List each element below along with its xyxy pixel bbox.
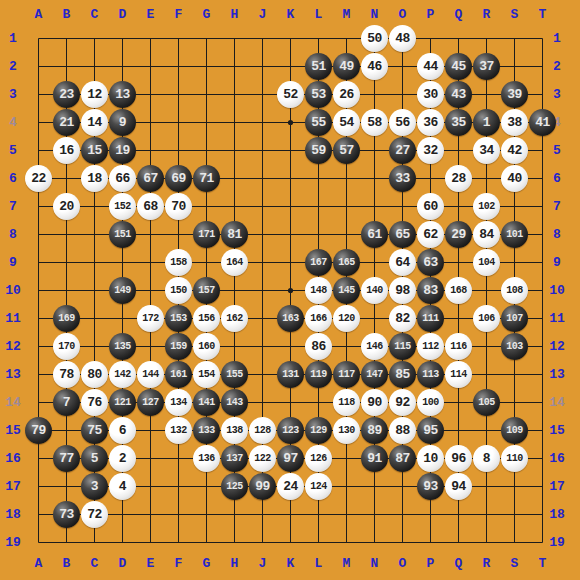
stone-black-33-O6[interactable]: 33 bbox=[389, 165, 416, 192]
stone-black-109-S15[interactable]: 109 bbox=[501, 417, 528, 444]
stone-black-155-H13[interactable]: 155 bbox=[221, 361, 248, 388]
stone-black-53-L3[interactable]: 53 bbox=[305, 81, 332, 108]
stone-black-49-M2[interactable]: 49 bbox=[333, 53, 360, 80]
stone-white-66-D6[interactable]: 66 bbox=[109, 165, 136, 192]
stone-black-71-G6[interactable]: 71 bbox=[193, 165, 220, 192]
stone-black-99-J17[interactable]: 99 bbox=[249, 473, 276, 500]
stone-white-34-R5[interactable]: 34 bbox=[473, 137, 500, 164]
stone-white-130-M15[interactable]: 130 bbox=[333, 417, 360, 444]
stone-black-119-L13[interactable]: 119 bbox=[305, 361, 332, 388]
stone-white-116-Q12[interactable]: 116 bbox=[445, 333, 472, 360]
stone-white-48-O1[interactable]: 48 bbox=[389, 25, 416, 52]
stone-white-58-N4[interactable]: 58 bbox=[361, 109, 388, 136]
stone-black-41-T4[interactable]: 41 bbox=[529, 109, 556, 136]
stone-white-108-S10[interactable]: 108 bbox=[501, 277, 528, 304]
stone-white-10-P16[interactable]: 10 bbox=[417, 445, 444, 472]
stone-white-136-G16[interactable]: 136 bbox=[193, 445, 220, 472]
stone-white-50-N1[interactable]: 50 bbox=[361, 25, 388, 52]
stone-black-93-P17[interactable]: 93 bbox=[417, 473, 444, 500]
stone-black-135-D12[interactable]: 135 bbox=[109, 333, 136, 360]
stone-white-42-S5[interactable]: 42 bbox=[501, 137, 528, 164]
stone-white-120-M11[interactable]: 120 bbox=[333, 305, 360, 332]
stone-white-76-C14[interactable]: 76 bbox=[81, 389, 108, 416]
stone-white-38-S4[interactable]: 38 bbox=[501, 109, 528, 136]
stone-white-8-R16[interactable]: 8 bbox=[473, 445, 500, 472]
stone-white-118-M14[interactable]: 118 bbox=[333, 389, 360, 416]
stone-black-97-K16[interactable]: 97 bbox=[277, 445, 304, 472]
stone-black-73-B18[interactable]: 73 bbox=[53, 501, 80, 528]
stone-black-23-B3[interactable]: 23 bbox=[53, 81, 80, 108]
stone-black-111-P11[interactable]: 111 bbox=[417, 305, 444, 332]
stone-black-59-L5[interactable]: 59 bbox=[305, 137, 332, 164]
stone-white-144-E13[interactable]: 144 bbox=[137, 361, 164, 388]
stone-black-29-Q8[interactable]: 29 bbox=[445, 221, 472, 248]
stone-white-4-D17[interactable]: 4 bbox=[109, 473, 136, 500]
stone-black-141-G14[interactable]: 141 bbox=[193, 389, 220, 416]
stone-white-110-S16[interactable]: 110 bbox=[501, 445, 528, 472]
stone-white-96-Q16[interactable]: 96 bbox=[445, 445, 472, 472]
stone-white-82-O11[interactable]: 82 bbox=[389, 305, 416, 332]
stone-black-83-P10[interactable]: 83 bbox=[417, 277, 444, 304]
stone-white-2-D16[interactable]: 2 bbox=[109, 445, 136, 472]
stone-black-125-H17[interactable]: 125 bbox=[221, 473, 248, 500]
stone-white-80-C13[interactable]: 80 bbox=[81, 361, 108, 388]
stone-white-78-B13[interactable]: 78 bbox=[53, 361, 80, 388]
stone-white-22-A6[interactable]: 22 bbox=[25, 165, 52, 192]
stone-white-88-O15[interactable]: 88 bbox=[389, 417, 416, 444]
stone-black-147-N13[interactable]: 147 bbox=[361, 361, 388, 388]
stone-black-169-B11[interactable]: 169 bbox=[53, 305, 80, 332]
stone-white-152-D7[interactable]: 152 bbox=[109, 193, 136, 220]
stone-black-3-C17[interactable]: 3 bbox=[81, 473, 108, 500]
stone-white-72-C18[interactable]: 72 bbox=[81, 501, 108, 528]
stone-black-65-O8[interactable]: 65 bbox=[389, 221, 416, 248]
stone-white-124-L17[interactable]: 124 bbox=[305, 473, 332, 500]
stone-black-57-M5[interactable]: 57 bbox=[333, 137, 360, 164]
stone-white-122-J16[interactable]: 122 bbox=[249, 445, 276, 472]
stone-white-54-M4[interactable]: 54 bbox=[333, 109, 360, 136]
stone-black-55-L4[interactable]: 55 bbox=[305, 109, 332, 136]
stone-black-9-D4[interactable]: 9 bbox=[109, 109, 136, 136]
stone-white-98-O10[interactable]: 98 bbox=[389, 277, 416, 304]
stone-white-138-H15[interactable]: 138 bbox=[221, 417, 248, 444]
stone-black-123-K15[interactable]: 123 bbox=[277, 417, 304, 444]
stone-black-21-B4[interactable]: 21 bbox=[53, 109, 80, 136]
stone-black-113-P13[interactable]: 113 bbox=[417, 361, 444, 388]
stone-white-64-O9[interactable]: 64 bbox=[389, 249, 416, 276]
stone-black-91-N16[interactable]: 91 bbox=[361, 445, 388, 472]
stone-white-114-Q13[interactable]: 114 bbox=[445, 361, 472, 388]
stone-black-115-O12[interactable]: 115 bbox=[389, 333, 416, 360]
stone-black-161-F13[interactable]: 161 bbox=[165, 361, 192, 388]
stone-black-13-D3[interactable]: 13 bbox=[109, 81, 136, 108]
stone-white-168-Q10[interactable]: 168 bbox=[445, 277, 472, 304]
stone-white-142-D13[interactable]: 142 bbox=[109, 361, 136, 388]
stone-white-18-C6[interactable]: 18 bbox=[81, 165, 108, 192]
stone-black-163-K11[interactable]: 163 bbox=[277, 305, 304, 332]
stone-white-70-F7[interactable]: 70 bbox=[165, 193, 192, 220]
stone-black-103-S12[interactable]: 103 bbox=[501, 333, 528, 360]
stone-black-149-D10[interactable]: 149 bbox=[109, 277, 136, 304]
stone-white-62-P8[interactable]: 62 bbox=[417, 221, 444, 248]
stone-black-171-G8[interactable]: 171 bbox=[193, 221, 220, 248]
stone-white-172-E11[interactable]: 172 bbox=[137, 305, 164, 332]
stone-black-151-D8[interactable]: 151 bbox=[109, 221, 136, 248]
stone-black-77-B16[interactable]: 77 bbox=[53, 445, 80, 472]
stone-white-26-M3[interactable]: 26 bbox=[333, 81, 360, 108]
stone-black-39-S3[interactable]: 39 bbox=[501, 81, 528, 108]
stone-white-154-G13[interactable]: 154 bbox=[193, 361, 220, 388]
stone-white-28-Q6[interactable]: 28 bbox=[445, 165, 472, 192]
stone-black-153-F11[interactable]: 153 bbox=[165, 305, 192, 332]
stone-black-19-D5[interactable]: 19 bbox=[109, 137, 136, 164]
stone-white-90-N14[interactable]: 90 bbox=[361, 389, 388, 416]
stone-white-68-E7[interactable]: 68 bbox=[137, 193, 164, 220]
stone-white-100-P14[interactable]: 100 bbox=[417, 389, 444, 416]
stone-black-117-M13[interactable]: 117 bbox=[333, 361, 360, 388]
stone-white-60-P7[interactable]: 60 bbox=[417, 193, 444, 220]
stone-black-1-R4[interactable]: 1 bbox=[473, 109, 500, 136]
stone-white-132-F15[interactable]: 132 bbox=[165, 417, 192, 444]
stone-white-112-P12[interactable]: 112 bbox=[417, 333, 444, 360]
stone-white-156-G11[interactable]: 156 bbox=[193, 305, 220, 332]
stone-black-165-M9[interactable]: 165 bbox=[333, 249, 360, 276]
stone-white-84-R8[interactable]: 84 bbox=[473, 221, 500, 248]
stone-black-61-N8[interactable]: 61 bbox=[361, 221, 388, 248]
stone-white-14-C4[interactable]: 14 bbox=[81, 109, 108, 136]
stone-black-107-S11[interactable]: 107 bbox=[501, 305, 528, 332]
stone-white-56-O4[interactable]: 56 bbox=[389, 109, 416, 136]
stone-black-143-H14[interactable]: 143 bbox=[221, 389, 248, 416]
stone-black-87-O16[interactable]: 87 bbox=[389, 445, 416, 472]
stone-white-150-F10[interactable]: 150 bbox=[165, 277, 192, 304]
stone-white-104-R9[interactable]: 104 bbox=[473, 249, 500, 276]
stone-white-170-B12[interactable]: 170 bbox=[53, 333, 80, 360]
stone-white-134-F14[interactable]: 134 bbox=[165, 389, 192, 416]
stone-white-30-P3[interactable]: 30 bbox=[417, 81, 444, 108]
stone-black-159-F12[interactable]: 159 bbox=[165, 333, 192, 360]
stone-white-12-C3[interactable]: 12 bbox=[81, 81, 108, 108]
stone-black-127-E14[interactable]: 127 bbox=[137, 389, 164, 416]
stone-black-133-G15[interactable]: 133 bbox=[193, 417, 220, 444]
stone-white-126-L16[interactable]: 126 bbox=[305, 445, 332, 472]
stone-white-128-J15[interactable]: 128 bbox=[249, 417, 276, 444]
stone-white-166-L11[interactable]: 166 bbox=[305, 305, 332, 332]
stone-black-7-B14[interactable]: 7 bbox=[53, 389, 80, 416]
stone-white-24-K17[interactable]: 24 bbox=[277, 473, 304, 500]
stone-white-40-S6[interactable]: 40 bbox=[501, 165, 528, 192]
stone-black-63-P9[interactable]: 63 bbox=[417, 249, 444, 276]
stone-black-81-H8[interactable]: 81 bbox=[221, 221, 248, 248]
stone-black-79-A15[interactable]: 79 bbox=[25, 417, 52, 444]
stone-white-92-O14[interactable]: 92 bbox=[389, 389, 416, 416]
stone-white-32-P5[interactable]: 32 bbox=[417, 137, 444, 164]
stone-black-67-E6[interactable]: 67 bbox=[137, 165, 164, 192]
stone-black-75-C15[interactable]: 75 bbox=[81, 417, 108, 444]
stone-white-160-G12[interactable]: 160 bbox=[193, 333, 220, 360]
stone-white-106-R11[interactable]: 106 bbox=[473, 305, 500, 332]
stone-black-145-M10[interactable]: 145 bbox=[333, 277, 360, 304]
stone-black-51-L2[interactable]: 51 bbox=[305, 53, 332, 80]
stone-black-5-C16[interactable]: 5 bbox=[81, 445, 108, 472]
stone-white-16-B5[interactable]: 16 bbox=[53, 137, 80, 164]
stone-black-137-H16[interactable]: 137 bbox=[221, 445, 248, 472]
stone-white-140-N10[interactable]: 140 bbox=[361, 277, 388, 304]
stone-black-69-F6[interactable]: 69 bbox=[165, 165, 192, 192]
stone-white-102-R7[interactable]: 102 bbox=[473, 193, 500, 220]
stone-black-95-P15[interactable]: 95 bbox=[417, 417, 444, 444]
go-board[interactable]: ABCDEFGHJKLMNOPQRST ABCDEFGHJKLMNOPQRST … bbox=[0, 0, 580, 580]
stone-black-15-C5[interactable]: 15 bbox=[81, 137, 108, 164]
stone-white-6-D15[interactable]: 6 bbox=[109, 417, 136, 444]
stone-white-52-K3[interactable]: 52 bbox=[277, 81, 304, 108]
stone-white-94-Q17[interactable]: 94 bbox=[445, 473, 472, 500]
stone-white-46-N2[interactable]: 46 bbox=[361, 53, 388, 80]
stone-black-129-L15[interactable]: 129 bbox=[305, 417, 332, 444]
stone-black-35-Q4[interactable]: 35 bbox=[445, 109, 472, 136]
stone-black-89-N15[interactable]: 89 bbox=[361, 417, 388, 444]
stone-white-146-N12[interactable]: 146 bbox=[361, 333, 388, 360]
stone-black-157-G10[interactable]: 157 bbox=[193, 277, 220, 304]
stone-black-85-O13[interactable]: 85 bbox=[389, 361, 416, 388]
stone-white-44-P2[interactable]: 44 bbox=[417, 53, 444, 80]
stone-white-148-L10[interactable]: 148 bbox=[305, 277, 332, 304]
stone-white-164-H9[interactable]: 164 bbox=[221, 249, 248, 276]
stone-black-45-Q2[interactable]: 45 bbox=[445, 53, 472, 80]
stone-black-105-R14[interactable]: 105 bbox=[473, 389, 500, 416]
stone-white-36-P4[interactable]: 36 bbox=[417, 109, 444, 136]
stone-black-101-S8[interactable]: 101 bbox=[501, 221, 528, 248]
stone-black-27-O5[interactable]: 27 bbox=[389, 137, 416, 164]
stone-black-167-L9[interactable]: 167 bbox=[305, 249, 332, 276]
stone-black-43-Q3[interactable]: 43 bbox=[445, 81, 472, 108]
stone-black-121-D14[interactable]: 121 bbox=[109, 389, 136, 416]
stone-white-158-F9[interactable]: 158 bbox=[165, 249, 192, 276]
stone-white-86-L12[interactable]: 86 bbox=[305, 333, 332, 360]
stone-white-20-B7[interactable]: 20 bbox=[53, 193, 80, 220]
stone-black-131-K13[interactable]: 131 bbox=[277, 361, 304, 388]
stone-white-162-H11[interactable]: 162 bbox=[221, 305, 248, 332]
stone-black-37-R2[interactable]: 37 bbox=[473, 53, 500, 80]
stones-layer: 5048514946444537231213525326304339211495… bbox=[25, 25, 557, 557]
